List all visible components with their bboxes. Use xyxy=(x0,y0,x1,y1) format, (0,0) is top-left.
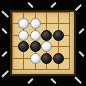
edge-tick-top-right xyxy=(50,2,56,8)
white-stone xyxy=(41,41,52,52)
go-board xyxy=(10,10,76,76)
edge-tick-right-top xyxy=(78,28,84,34)
edge-tick-bottom-left xyxy=(27,78,33,84)
edge-tick-top-left xyxy=(27,2,33,8)
corner-ray-bottom-left xyxy=(1,70,9,78)
go-board-icon xyxy=(0,0,86,86)
grid-line-horizontal xyxy=(12,12,70,13)
edge-tick-left-bottom xyxy=(1,51,7,57)
corner-ray-bottom-right xyxy=(74,76,82,84)
grid-line-horizontal xyxy=(12,69,70,70)
white-stone xyxy=(30,30,41,41)
edge-tick-bottom-right xyxy=(50,78,56,84)
black-stone xyxy=(41,53,52,64)
white-stone xyxy=(30,53,41,64)
white-stone xyxy=(18,30,29,41)
black-stone xyxy=(41,30,52,41)
black-stone xyxy=(30,41,41,52)
grid-line-vertical xyxy=(12,12,13,70)
white-stone xyxy=(18,18,29,29)
grid-line-vertical xyxy=(69,12,70,70)
edge-tick-left-top xyxy=(1,28,7,34)
black-stone xyxy=(53,53,64,64)
black-stone xyxy=(18,41,29,52)
white-stone xyxy=(30,18,41,29)
black-stone xyxy=(53,30,64,41)
corner-ray-top-left xyxy=(1,10,9,18)
edge-tick-right-bottom xyxy=(78,51,84,57)
